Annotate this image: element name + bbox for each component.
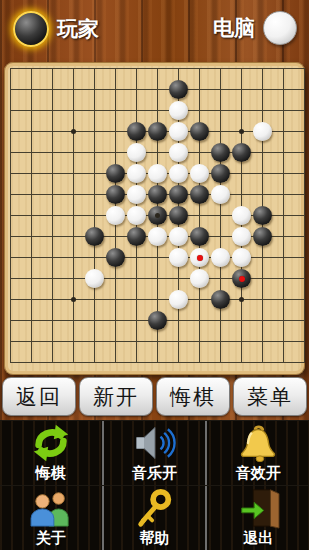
intersection[interactable] (21, 247, 42, 268)
black-stone[interactable] (211, 290, 230, 309)
white-stone[interactable] (169, 164, 188, 183)
intersection[interactable] (168, 268, 189, 289)
intersection[interactable] (0, 205, 21, 226)
intersection[interactable] (147, 352, 168, 373)
intersection[interactable] (105, 310, 126, 331)
black-stone[interactable] (148, 185, 167, 204)
white-stone[interactable] (169, 122, 188, 141)
intersection[interactable] (168, 289, 189, 310)
intersection[interactable] (252, 184, 273, 205)
intersection[interactable] (63, 205, 84, 226)
intersection[interactable] (147, 289, 168, 310)
intersection[interactable] (294, 289, 309, 310)
intersection[interactable] (84, 79, 105, 100)
back-button[interactable]: 返回 (2, 377, 76, 416)
black-stone[interactable] (106, 248, 125, 267)
black-stone[interactable] (232, 143, 251, 162)
intersection[interactable] (147, 163, 168, 184)
white-stone[interactable] (85, 269, 104, 288)
black-stone[interactable] (211, 164, 230, 183)
intersection[interactable] (273, 331, 294, 352)
menu-button[interactable]: 菜单 (233, 377, 307, 416)
intersection[interactable] (210, 352, 231, 373)
intersection[interactable] (105, 163, 126, 184)
black-stone[interactable] (106, 164, 125, 183)
white-stone[interactable] (253, 122, 272, 141)
computer-white-stone-icon (263, 11, 297, 45)
intersection[interactable] (231, 100, 252, 121)
white-stone[interactable] (232, 206, 251, 225)
header: 玩家 电脑 (0, 0, 309, 58)
white-stone[interactable] (169, 290, 188, 309)
intersection[interactable] (168, 58, 189, 79)
white-stone[interactable] (169, 248, 188, 267)
white-stone[interactable] (148, 164, 167, 183)
intersection[interactable] (273, 247, 294, 268)
intersection[interactable] (21, 205, 42, 226)
intersection[interactable] (147, 226, 168, 247)
new-game-button[interactable]: 新开 (79, 377, 153, 416)
intersection[interactable] (105, 331, 126, 352)
intersection[interactable] (147, 142, 168, 163)
intersection[interactable] (0, 142, 21, 163)
intersection[interactable] (147, 310, 168, 331)
intersection[interactable] (252, 310, 273, 331)
intersection[interactable] (294, 142, 309, 163)
toolbar-music-on[interactable]: 音乐开 (102, 421, 206, 485)
intersection[interactable] (273, 121, 294, 142)
intersection[interactable] (210, 205, 231, 226)
intersection[interactable] (84, 226, 105, 247)
intersection[interactable] (147, 79, 168, 100)
intersection[interactable] (84, 331, 105, 352)
intersection[interactable] (252, 352, 273, 373)
intersection[interactable] (189, 289, 210, 310)
intersection[interactable] (84, 58, 105, 79)
intersection[interactable] (63, 100, 84, 121)
intersection[interactable] (105, 184, 126, 205)
intersection[interactable] (105, 142, 126, 163)
intersection[interactable] (273, 226, 294, 247)
intersection[interactable] (210, 331, 231, 352)
intersection[interactable] (294, 247, 309, 268)
toolbar: 悔棋音乐开音效开关于帮助退出 (0, 420, 309, 550)
intersection[interactable] (63, 79, 84, 100)
intersection[interactable] (294, 205, 309, 226)
white-stone[interactable] (127, 185, 146, 204)
intersection[interactable] (252, 142, 273, 163)
intersection[interactable] (231, 352, 252, 373)
intersection[interactable] (21, 310, 42, 331)
black-stone[interactable] (148, 122, 167, 141)
intersection[interactable] (126, 121, 147, 142)
intersection[interactable] (210, 142, 231, 163)
intersection[interactable] (273, 58, 294, 79)
toolbar-row: 关于帮助退出 (0, 485, 309, 550)
intersection[interactable] (21, 289, 42, 310)
intersection[interactable] (273, 142, 294, 163)
intersection[interactable] (105, 58, 126, 79)
intersection[interactable] (42, 121, 63, 142)
black-stone[interactable] (253, 206, 272, 225)
toolbar-exit[interactable]: 退出 (205, 486, 309, 550)
intersection[interactable] (210, 121, 231, 142)
intersection[interactable] (210, 79, 231, 100)
intersection[interactable] (126, 79, 147, 100)
white-stone[interactable] (211, 248, 230, 267)
intersection[interactable] (126, 310, 147, 331)
intersection[interactable] (168, 142, 189, 163)
intersection[interactable] (0, 163, 21, 184)
toolbar-label: 音效开 (236, 464, 281, 482)
intersection[interactable] (84, 121, 105, 142)
intersection[interactable] (189, 79, 210, 100)
intersection[interactable] (42, 163, 63, 184)
player-label: 玩家 (57, 15, 99, 43)
intersection[interactable] (0, 247, 21, 268)
intersection[interactable] (84, 310, 105, 331)
intersection[interactable] (84, 163, 105, 184)
bell-icon (237, 422, 279, 464)
intersection[interactable] (189, 163, 210, 184)
intersection[interactable] (63, 226, 84, 247)
black-stone[interactable] (106, 185, 125, 204)
intersection[interactable] (0, 331, 21, 352)
intersection[interactable] (84, 352, 105, 373)
intersection[interactable] (189, 268, 210, 289)
toolbar-undo[interactable]: 悔棋 (0, 421, 102, 485)
intersection[interactable] (189, 331, 210, 352)
toolbar-label: 悔棋 (36, 464, 66, 482)
intersection[interactable] (294, 331, 309, 352)
intersection[interactable] (273, 79, 294, 100)
intersection[interactable] (105, 289, 126, 310)
black-stone[interactable] (169, 185, 188, 204)
intersection[interactable] (21, 352, 42, 373)
white-stone[interactable] (232, 227, 251, 246)
intersection[interactable] (252, 289, 273, 310)
intersection[interactable] (231, 310, 252, 331)
intersection[interactable] (294, 100, 309, 121)
intersection[interactable] (294, 79, 309, 100)
white-stone[interactable] (232, 248, 251, 267)
intersection[interactable] (210, 100, 231, 121)
intersection[interactable] (126, 184, 147, 205)
intersection[interactable] (210, 310, 231, 331)
intersection[interactable] (126, 205, 147, 226)
undo-button[interactable]: 悔棋 (156, 377, 230, 416)
intersection[interactable] (168, 247, 189, 268)
intersection[interactable] (189, 247, 210, 268)
white-stone[interactable] (148, 227, 167, 246)
intersection[interactable] (21, 100, 42, 121)
intersection[interactable] (147, 247, 168, 268)
intersection[interactable] (126, 58, 147, 79)
intersection[interactable] (189, 310, 210, 331)
intersection[interactable] (63, 142, 84, 163)
intersection[interactable] (42, 310, 63, 331)
intersection[interactable] (252, 268, 273, 289)
intersection[interactable] (147, 268, 168, 289)
intersection[interactable] (147, 121, 168, 142)
intersection[interactable] (210, 163, 231, 184)
intersection[interactable] (63, 58, 84, 79)
intersection[interactable] (84, 289, 105, 310)
intersection[interactable] (231, 163, 252, 184)
toolbar-label: 退出 (243, 529, 273, 547)
intersection[interactable] (210, 226, 231, 247)
app-screen: 玩家 电脑 返回新开悔棋菜单 悔棋音乐开音效开关于帮助退出 (0, 0, 309, 550)
intersection[interactable] (168, 184, 189, 205)
toolbar-label: 关于 (36, 529, 66, 547)
intersection[interactable] (42, 247, 63, 268)
intersection[interactable] (63, 352, 84, 373)
intersection[interactable] (168, 121, 189, 142)
intersection[interactable] (42, 205, 63, 226)
intersection[interactable] (126, 163, 147, 184)
white-stone[interactable] (169, 227, 188, 246)
intersection[interactable] (105, 205, 126, 226)
intersection[interactable] (21, 142, 42, 163)
intersection[interactable] (294, 121, 309, 142)
intersection[interactable] (252, 79, 273, 100)
intersection[interactable] (189, 226, 210, 247)
intersection[interactable] (210, 184, 231, 205)
black-stone[interactable] (190, 227, 209, 246)
intersection[interactable] (21, 79, 42, 100)
player-black-stone-icon (13, 11, 49, 47)
toolbar-help[interactable]: 帮助 (102, 486, 206, 550)
intersection[interactable] (63, 331, 84, 352)
intersection[interactable] (84, 184, 105, 205)
black-stone[interactable] (190, 185, 209, 204)
intersection[interactable] (252, 247, 273, 268)
intersection[interactable] (42, 184, 63, 205)
black-stone[interactable] (253, 227, 272, 246)
intersection[interactable] (84, 268, 105, 289)
intersection[interactable] (294, 184, 309, 205)
white-stone[interactable] (127, 143, 146, 162)
intersection[interactable] (42, 142, 63, 163)
intersection[interactable] (63, 310, 84, 331)
intersection[interactable] (0, 79, 21, 100)
intersection[interactable] (273, 184, 294, 205)
intersection[interactable] (168, 331, 189, 352)
star-point (155, 213, 160, 218)
intersection[interactable] (63, 247, 84, 268)
intersection[interactable] (84, 205, 105, 226)
black-stone[interactable] (169, 206, 188, 225)
intersection[interactable] (231, 331, 252, 352)
intersection[interactable] (273, 163, 294, 184)
intersection[interactable] (0, 268, 21, 289)
white-stone[interactable] (106, 206, 125, 225)
intersection[interactable] (42, 100, 63, 121)
intersection[interactable] (0, 289, 21, 310)
intersection[interactable] (168, 352, 189, 373)
intersection[interactable] (21, 58, 42, 79)
player-indicator: 玩家 (13, 11, 99, 47)
intersection[interactable] (252, 58, 273, 79)
intersection[interactable] (21, 163, 42, 184)
intersection[interactable] (42, 352, 63, 373)
black-stone[interactable] (169, 80, 188, 99)
intersection[interactable] (294, 163, 309, 184)
intersection[interactable] (294, 226, 309, 247)
intersection[interactable] (273, 310, 294, 331)
intersection[interactable] (273, 205, 294, 226)
intersection[interactable] (252, 121, 273, 142)
last-move-marker (239, 276, 245, 282)
intersection[interactable] (21, 226, 42, 247)
intersection[interactable] (126, 331, 147, 352)
intersection[interactable] (252, 100, 273, 121)
intersection[interactable] (126, 142, 147, 163)
intersection[interactable] (126, 226, 147, 247)
intersection[interactable] (42, 289, 63, 310)
intersection[interactable] (189, 58, 210, 79)
intersection[interactable] (147, 331, 168, 352)
intersection[interactable] (0, 121, 21, 142)
intersection[interactable] (42, 268, 63, 289)
intersection[interactable] (105, 226, 126, 247)
intersection[interactable] (273, 289, 294, 310)
black-stone[interactable] (127, 122, 146, 141)
intersection[interactable] (168, 163, 189, 184)
toolbar-label: 帮助 (140, 529, 170, 547)
star-point (239, 129, 244, 134)
intersection[interactable] (168, 310, 189, 331)
intersection[interactable] (231, 268, 252, 289)
intersection[interactable] (252, 331, 273, 352)
intersection[interactable] (63, 268, 84, 289)
intersection[interactable] (189, 100, 210, 121)
white-stone[interactable] (169, 143, 188, 162)
white-stone[interactable] (127, 206, 146, 225)
intersection[interactable] (0, 226, 21, 247)
game-board[interactable] (4, 62, 305, 375)
black-stone[interactable] (211, 143, 230, 162)
white-stone[interactable] (190, 164, 209, 183)
intersection[interactable] (21, 331, 42, 352)
intersection[interactable] (189, 184, 210, 205)
intersection[interactable] (126, 352, 147, 373)
white-stone[interactable] (169, 101, 188, 120)
intersection[interactable] (105, 121, 126, 142)
intersection[interactable] (168, 100, 189, 121)
intersection[interactable] (210, 268, 231, 289)
intersection[interactable] (231, 58, 252, 79)
black-stone[interactable] (232, 269, 251, 288)
intersection[interactable] (231, 79, 252, 100)
refresh-icon (28, 422, 74, 464)
intersection[interactable] (252, 226, 273, 247)
intersection[interactable] (231, 247, 252, 268)
intersection[interactable] (294, 310, 309, 331)
intersection[interactable] (147, 58, 168, 79)
speaker-icon (133, 422, 177, 464)
toolbar-label: 音乐开 (132, 464, 177, 482)
white-stone[interactable] (190, 248, 209, 267)
intersection[interactable] (105, 268, 126, 289)
black-stone[interactable] (127, 227, 146, 246)
white-stone[interactable] (127, 164, 146, 183)
black-stone[interactable] (148, 311, 167, 330)
intersection[interactable] (168, 79, 189, 100)
intersection[interactable] (105, 79, 126, 100)
intersection[interactable] (273, 100, 294, 121)
intersection[interactable] (210, 289, 231, 310)
intersection[interactable] (231, 205, 252, 226)
intersection[interactable] (84, 142, 105, 163)
intersection[interactable] (273, 352, 294, 373)
intersection[interactable] (294, 58, 309, 79)
intersection[interactable] (42, 58, 63, 79)
intersection[interactable] (294, 268, 309, 289)
intersection[interactable] (189, 121, 210, 142)
intersection[interactable] (126, 289, 147, 310)
intersection[interactable] (0, 184, 21, 205)
intersection[interactable] (168, 205, 189, 226)
intersection[interactable] (126, 100, 147, 121)
intersection[interactable] (105, 247, 126, 268)
black-stone[interactable] (85, 227, 104, 246)
intersection[interactable] (21, 184, 42, 205)
intersection[interactable] (252, 163, 273, 184)
white-stone[interactable] (190, 269, 209, 288)
intersection[interactable] (42, 226, 63, 247)
intersection[interactable] (0, 352, 21, 373)
intersection[interactable] (231, 226, 252, 247)
intersection[interactable] (126, 247, 147, 268)
intersection[interactable] (189, 205, 210, 226)
intersection[interactable] (63, 184, 84, 205)
intersection[interactable] (21, 268, 42, 289)
intersection[interactable] (84, 100, 105, 121)
intersection[interactable] (231, 184, 252, 205)
intersection[interactable] (168, 226, 189, 247)
white-stone[interactable] (211, 185, 230, 204)
intersection[interactable] (273, 268, 294, 289)
intersection[interactable] (105, 352, 126, 373)
intersection[interactable] (189, 352, 210, 373)
intersection[interactable] (105, 100, 126, 121)
intersection[interactable] (210, 247, 231, 268)
intersection[interactable] (147, 184, 168, 205)
intersection[interactable] (0, 58, 21, 79)
star-point (71, 297, 76, 302)
intersection[interactable] (231, 142, 252, 163)
intersection[interactable] (0, 310, 21, 331)
intersection[interactable] (42, 331, 63, 352)
intersection[interactable] (63, 163, 84, 184)
intersection[interactable] (0, 100, 21, 121)
intersection[interactable] (252, 205, 273, 226)
intersection[interactable] (210, 58, 231, 79)
intersection[interactable] (294, 352, 309, 373)
action-buttons: 返回新开悔棋菜单 (0, 377, 309, 416)
black-stone[interactable] (190, 122, 209, 141)
computer-indicator: 电脑 (213, 11, 297, 45)
intersection[interactable] (84, 247, 105, 268)
intersection[interactable] (147, 100, 168, 121)
intersection[interactable] (126, 268, 147, 289)
intersection[interactable] (21, 121, 42, 142)
intersection[interactable] (42, 79, 63, 100)
toolbar-sound-on[interactable]: 音效开 (205, 421, 309, 485)
intersection[interactable] (189, 142, 210, 163)
toolbar-about[interactable]: 关于 (0, 486, 102, 550)
